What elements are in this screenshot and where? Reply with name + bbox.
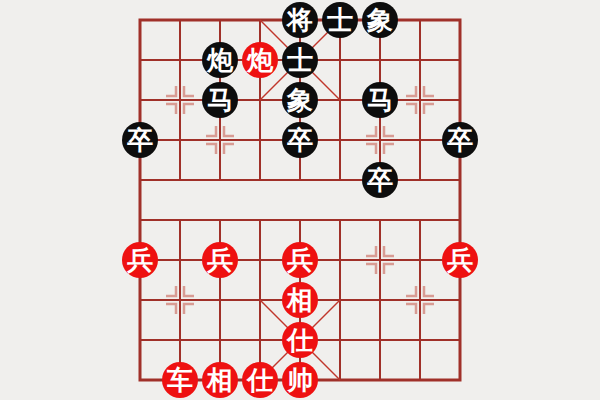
piece-red-soldier[interactable]: 兵 xyxy=(282,242,318,278)
piece-black-general[interactable]: 将 xyxy=(282,2,318,38)
piece-black-horse[interactable]: 马 xyxy=(202,82,238,118)
piece-red-soldier[interactable]: 兵 xyxy=(442,242,478,278)
piece-red-advisor[interactable]: 仕 xyxy=(242,362,278,398)
piece-black-elephant[interactable]: 象 xyxy=(282,82,318,118)
piece-red-cannon[interactable]: 炮 xyxy=(242,42,278,78)
piece-black-elephant[interactable]: 象 xyxy=(362,2,398,38)
pieces-layer: 将士象炮炮士马象马卒卒卒卒兵兵兵兵相仕车相仕帅 xyxy=(120,0,480,400)
piece-black-soldier[interactable]: 卒 xyxy=(362,162,398,198)
piece-black-soldier[interactable]: 卒 xyxy=(442,122,478,158)
piece-black-cannon[interactable]: 炮 xyxy=(202,42,238,78)
piece-black-soldier[interactable]: 卒 xyxy=(282,122,318,158)
piece-black-horse[interactable]: 马 xyxy=(362,82,398,118)
piece-red-elephant[interactable]: 相 xyxy=(202,362,238,398)
piece-red-advisor[interactable]: 仕 xyxy=(282,322,318,358)
piece-red-general[interactable]: 帅 xyxy=(282,362,318,398)
piece-black-advisor[interactable]: 士 xyxy=(282,42,318,78)
piece-black-soldier[interactable]: 卒 xyxy=(122,122,158,158)
piece-red-soldier[interactable]: 兵 xyxy=(122,242,158,278)
piece-red-elephant[interactable]: 相 xyxy=(282,282,318,318)
piece-red-chariot[interactable]: 车 xyxy=(162,362,198,398)
piece-red-soldier[interactable]: 兵 xyxy=(202,242,238,278)
piece-black-advisor[interactable]: 士 xyxy=(322,2,358,38)
xiangqi-app: 将士象炮炮士马象马卒卒卒卒兵兵兵兵相仕车相仕帅 xyxy=(0,0,600,400)
